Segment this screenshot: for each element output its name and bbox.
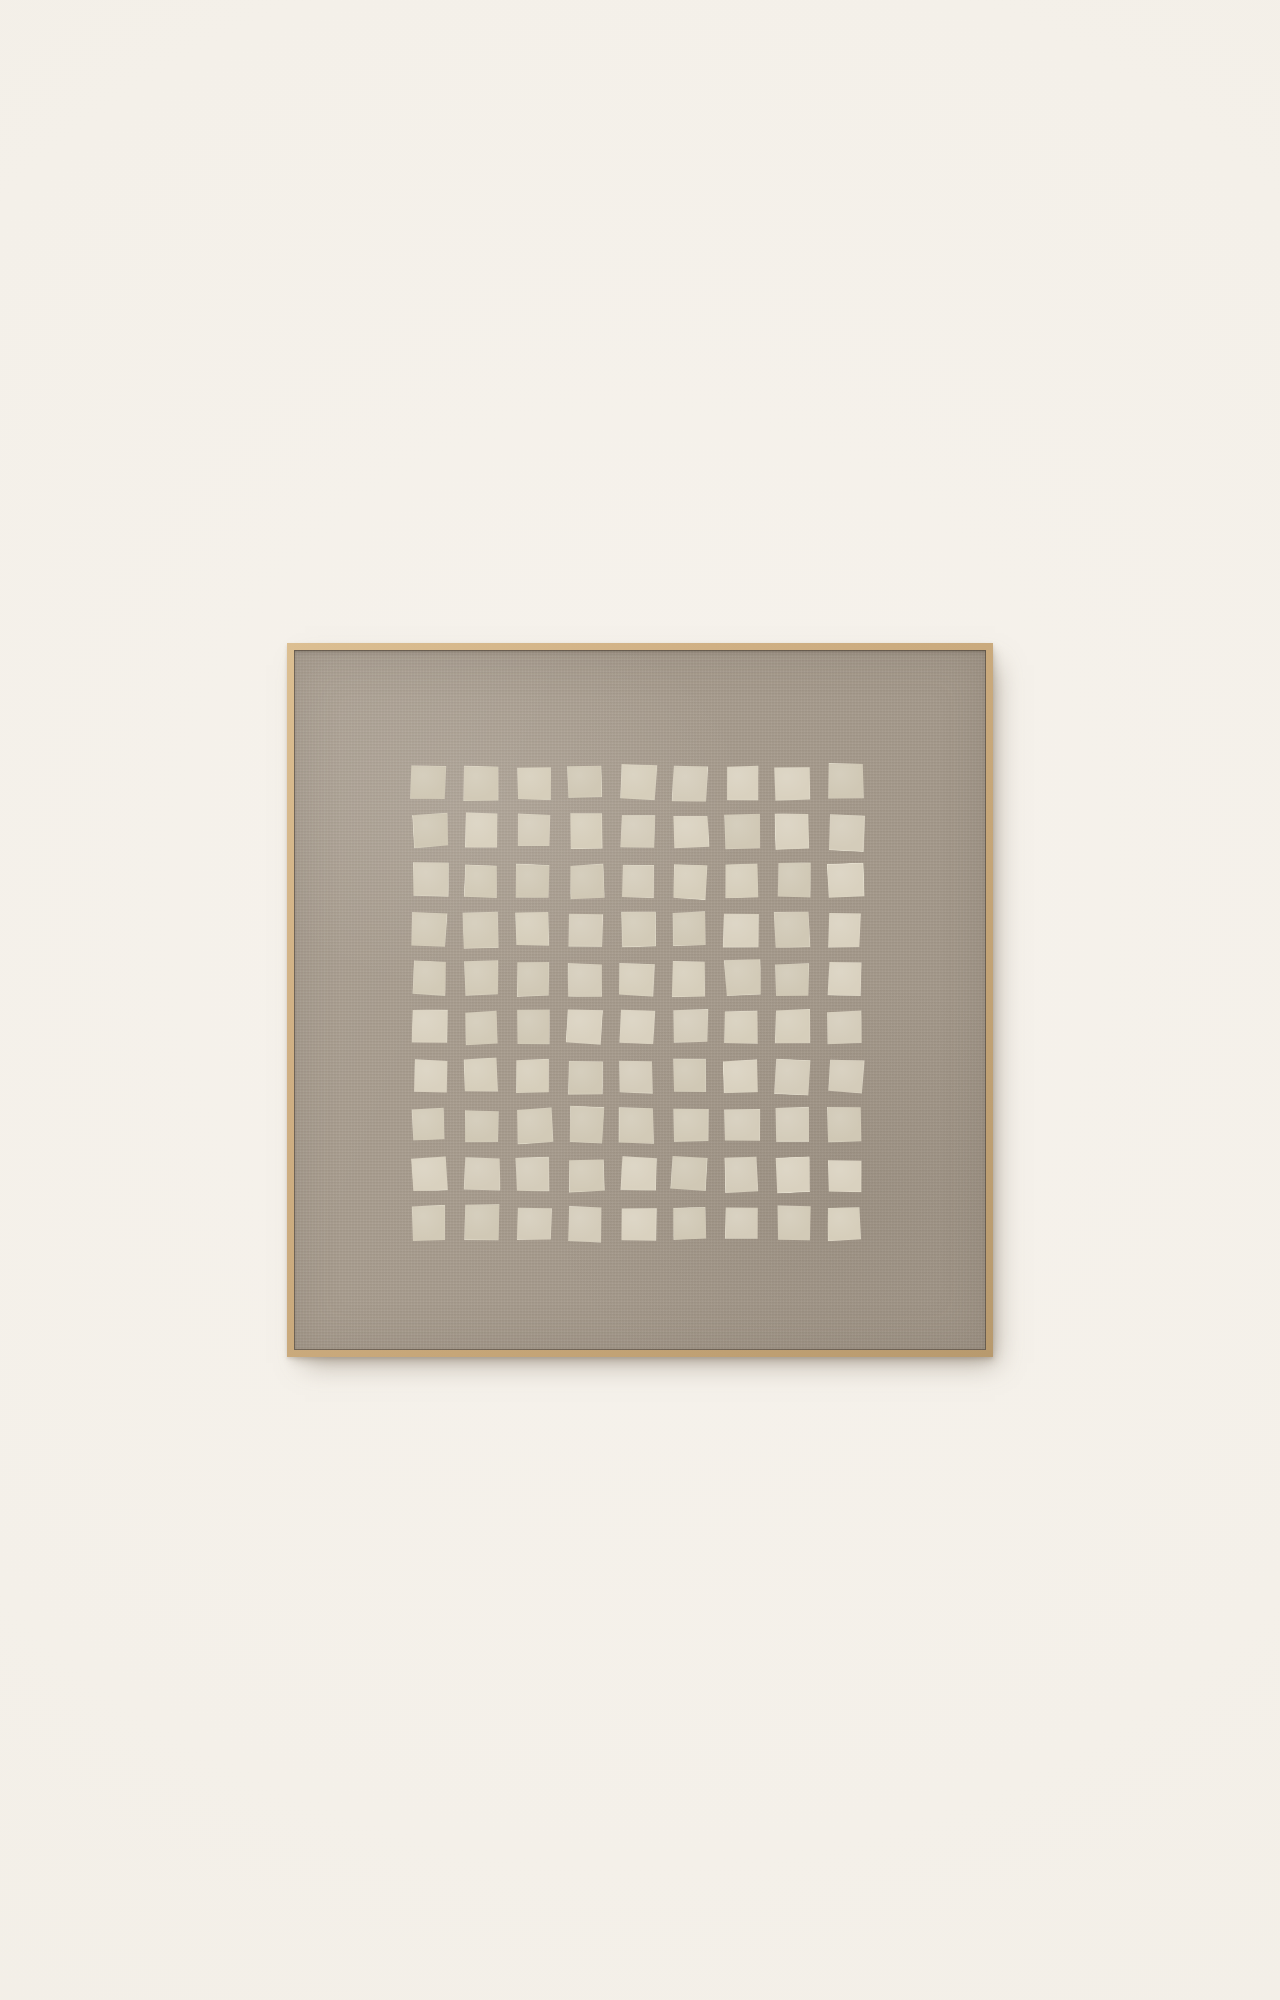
patch-cell	[412, 861, 450, 897]
patch-cell	[826, 1009, 864, 1046]
patch-cell	[673, 1009, 709, 1043]
patch-cell	[567, 1206, 602, 1244]
picture-frame	[287, 643, 993, 1357]
patch-cell	[517, 766, 553, 801]
patch-cell	[777, 1205, 812, 1241]
patch-cell	[827, 912, 861, 949]
patch-cell	[515, 911, 550, 947]
patch-cell	[568, 1060, 603, 1095]
patch-cell	[515, 1156, 550, 1192]
patch-cell	[568, 1158, 605, 1193]
patch-cell	[672, 1107, 709, 1142]
patch-cell	[515, 1107, 554, 1145]
patch-cell	[411, 1205, 446, 1243]
patch-cell	[774, 812, 810, 850]
patch-cell	[463, 1057, 498, 1093]
patch-cell	[619, 1059, 654, 1094]
patch-cell	[671, 960, 706, 998]
patch-cell	[723, 1059, 760, 1093]
patch-cell	[827, 863, 865, 899]
patch-cell	[410, 1009, 448, 1045]
patch-cell	[724, 958, 763, 997]
patch-cell	[773, 1058, 811, 1096]
patch-cell	[516, 960, 550, 997]
patch-cell	[773, 910, 811, 949]
patch-cell	[514, 863, 551, 899]
patch-cell	[567, 912, 603, 947]
patch-cell	[567, 764, 603, 798]
patch-cell	[774, 766, 811, 801]
patch-cell	[774, 1156, 812, 1194]
patch-cell	[828, 1058, 865, 1094]
patch-cell	[619, 814, 657, 850]
patch-cell	[621, 864, 655, 898]
patch-cell	[463, 765, 500, 802]
patch-cell	[672, 1058, 706, 1093]
patch-cell	[774, 1106, 810, 1142]
patch-cell	[409, 765, 447, 801]
patch-cell	[617, 962, 655, 997]
patch-cell	[464, 1203, 501, 1241]
patch-cell	[621, 911, 657, 948]
patch-cell	[465, 812, 499, 849]
patch-cell	[620, 1207, 657, 1242]
wall	[0, 0, 1280, 2000]
patch-cell	[775, 963, 810, 997]
patch-cell	[724, 1156, 758, 1194]
patch-cell	[569, 863, 606, 901]
patch-cell	[777, 861, 812, 899]
patch-cell	[412, 959, 448, 996]
patch-cell	[828, 1159, 863, 1192]
patch-cell	[566, 962, 603, 998]
patch-cell	[619, 1008, 656, 1046]
patch-cell	[826, 1206, 861, 1241]
patch-cell	[672, 1206, 707, 1241]
patch-cell	[774, 1009, 810, 1045]
patch-cell	[723, 1108, 760, 1142]
patch-cell	[827, 763, 864, 799]
patch-cell	[827, 813, 866, 852]
patch-cell	[620, 1156, 658, 1192]
patch-cell	[464, 1010, 499, 1047]
patch-cell	[515, 1058, 550, 1093]
patch-cell	[463, 1156, 501, 1191]
patch-cell	[618, 1107, 654, 1144]
patch-cell	[620, 763, 658, 801]
patch-cell	[724, 862, 760, 899]
patch-cell	[413, 1058, 449, 1093]
patch-cell	[565, 1008, 603, 1045]
patch-cell	[671, 765, 708, 803]
patch-cell	[464, 959, 500, 996]
patch-cell	[569, 812, 603, 849]
framed-artwork	[287, 643, 993, 1357]
patch-cell	[568, 1105, 606, 1144]
patch-cell	[412, 812, 450, 848]
patch-cell	[722, 913, 759, 948]
patch-cell	[410, 1155, 449, 1192]
patch-cell	[411, 1107, 446, 1142]
patch-cell	[516, 1008, 550, 1045]
patch-cell	[410, 910, 448, 948]
patch-cell	[723, 1010, 759, 1045]
patch-cell	[461, 911, 500, 950]
patch-cell	[464, 864, 499, 899]
patch-cell	[726, 765, 760, 801]
patch-cell	[827, 1106, 862, 1143]
patch-cell	[827, 961, 862, 997]
linen-canvas	[294, 650, 986, 1350]
patch-grid	[412, 765, 863, 1241]
patch-cell	[672, 911, 706, 947]
patch-cell	[464, 1109, 500, 1143]
patch-cell	[672, 814, 710, 849]
patch-cell	[725, 1206, 760, 1240]
patch-cell	[672, 863, 708, 901]
patch-cell	[724, 812, 761, 849]
patch-cell	[516, 1206, 553, 1241]
patch-cell	[516, 813, 550, 847]
patch-cell	[670, 1154, 708, 1191]
